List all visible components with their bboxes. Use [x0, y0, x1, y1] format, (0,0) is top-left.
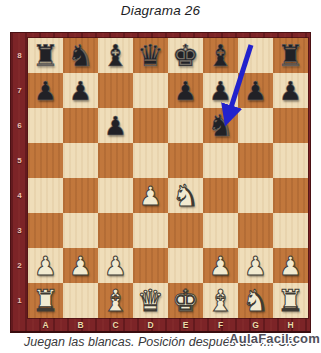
file-label-f: F — [203, 318, 238, 332]
black-knight-f6-piece: ♞ — [207, 111, 234, 141]
file-labels: ABCDEFGH — [28, 318, 308, 332]
square-b6 — [63, 108, 98, 143]
square-c1: ♝ — [98, 283, 133, 318]
square-a3 — [28, 213, 63, 248]
square-b5 — [63, 143, 98, 178]
square-e7: ♟ — [168, 73, 203, 108]
square-g8 — [238, 38, 273, 73]
white-rook-a1-piece: ♜ — [32, 286, 59, 316]
black-pawn-b7-piece: ♟ — [69, 78, 92, 104]
white-rook-h1-piece: ♜ — [277, 286, 304, 316]
white-pawn-b2-piece: ♟ — [69, 253, 92, 279]
square-e8: ♚ — [168, 38, 203, 73]
square-b7: ♟ — [63, 73, 98, 108]
square-e2 — [168, 248, 203, 283]
board-squares: ♜♞♝♛♚♝♜♟♟♟♟♟♟♟♞♟♞♟♟♟♟♟♟♜♝♛♚♝♞♜ — [28, 38, 308, 318]
black-pawn-c6-piece: ♟ — [104, 113, 127, 139]
rank-label-5: 5 — [11, 143, 28, 178]
square-d6 — [133, 108, 168, 143]
square-e1: ♚ — [168, 283, 203, 318]
square-c7 — [98, 73, 133, 108]
square-f7: ♟ — [203, 73, 238, 108]
square-g7: ♟ — [238, 73, 273, 108]
square-h2: ♟ — [273, 248, 308, 283]
black-bishop-f8-piece: ♝ — [207, 41, 234, 71]
square-h7: ♟ — [273, 73, 308, 108]
black-pawn-g7-piece: ♟ — [244, 78, 267, 104]
rank-label-6: 6 — [11, 108, 28, 143]
file-label-e: E — [168, 318, 203, 332]
watermark: AulaFacil.com — [229, 331, 320, 346]
square-a8: ♜ — [28, 38, 63, 73]
square-a1: ♜ — [28, 283, 63, 318]
square-g1: ♞ — [238, 283, 273, 318]
square-a7: ♟ — [28, 73, 63, 108]
white-pawn-c2-piece: ♟ — [104, 253, 127, 279]
white-pawn-a2-piece: ♟ — [34, 253, 57, 279]
square-c4 — [98, 178, 133, 213]
square-g3 — [238, 213, 273, 248]
square-h4 — [273, 178, 308, 213]
square-b3 — [63, 213, 98, 248]
file-label-a: A — [28, 318, 63, 332]
square-c8: ♝ — [98, 38, 133, 73]
white-knight-e4-piece: ♞ — [172, 181, 199, 211]
black-rook-h8-piece: ♜ — [277, 41, 304, 71]
square-h3 — [273, 213, 308, 248]
square-e4: ♞ — [168, 178, 203, 213]
square-f8: ♝ — [203, 38, 238, 73]
file-label-h: H — [273, 318, 308, 332]
square-c2: ♟ — [98, 248, 133, 283]
black-pawn-h7-piece: ♟ — [279, 78, 302, 104]
square-f3 — [203, 213, 238, 248]
square-h6 — [273, 108, 308, 143]
square-g5 — [238, 143, 273, 178]
square-f6: ♞ — [203, 108, 238, 143]
white-queen-d1-piece: ♛ — [137, 286, 164, 316]
square-b1 — [63, 283, 98, 318]
file-label-g: G — [238, 318, 273, 332]
black-pawn-a7-piece: ♟ — [34, 78, 57, 104]
square-h5 — [273, 143, 308, 178]
square-a4 — [28, 178, 63, 213]
black-rook-a8-piece: ♜ — [32, 41, 59, 71]
square-g4 — [238, 178, 273, 213]
rank-label-8: 8 — [11, 38, 28, 73]
square-a2: ♟ — [28, 248, 63, 283]
square-f2: ♟ — [203, 248, 238, 283]
black-pawn-e7-piece: ♟ — [174, 78, 197, 104]
square-e5 — [168, 143, 203, 178]
square-a5 — [28, 143, 63, 178]
square-d7 — [133, 73, 168, 108]
white-pawn-d4-piece: ♟ — [139, 183, 162, 209]
rank-labels: 87654321 — [11, 38, 28, 318]
white-bishop-c1-piece: ♝ — [102, 286, 129, 316]
square-h8: ♜ — [273, 38, 308, 73]
black-bishop-c8-piece: ♝ — [102, 41, 129, 71]
white-pawn-h2-piece: ♟ — [279, 253, 302, 279]
rank-label-4: 4 — [11, 178, 28, 213]
rank-label-1: 1 — [11, 283, 28, 318]
diagram-title: Diagrama 26 — [0, 3, 321, 18]
square-d1: ♛ — [133, 283, 168, 318]
black-knight-b8-piece: ♞ — [67, 41, 94, 71]
square-d8: ♛ — [133, 38, 168, 73]
square-c3 — [98, 213, 133, 248]
rank-label-3: 3 — [11, 213, 28, 248]
file-label-b: B — [63, 318, 98, 332]
square-d2 — [133, 248, 168, 283]
square-f5 — [203, 143, 238, 178]
square-d3 — [133, 213, 168, 248]
file-label-d: D — [133, 318, 168, 332]
square-e6 — [168, 108, 203, 143]
white-knight-g1-piece: ♞ — [242, 286, 269, 316]
white-bishop-f1-piece: ♝ — [207, 286, 234, 316]
white-pawn-g2-piece: ♟ — [244, 253, 267, 279]
square-b2: ♟ — [63, 248, 98, 283]
square-f4 — [203, 178, 238, 213]
rank-label-2: 2 — [11, 248, 28, 283]
square-g6 — [238, 108, 273, 143]
square-d4: ♟ — [133, 178, 168, 213]
square-d5 — [133, 143, 168, 178]
square-b8: ♞ — [63, 38, 98, 73]
square-g2: ♟ — [238, 248, 273, 283]
square-c5 — [98, 143, 133, 178]
square-f1: ♝ — [203, 283, 238, 318]
black-pawn-f7-piece: ♟ — [209, 78, 232, 104]
white-pawn-f2-piece: ♟ — [209, 253, 232, 279]
black-king-e8-piece: ♚ — [172, 41, 199, 71]
rank-label-7: 7 — [11, 73, 28, 108]
file-label-c: C — [98, 318, 133, 332]
chess-board: 87654321 ♜♞♝♛♚♝♜♟♟♟♟♟♟♟♞♟♞♟♟♟♟♟♟♜♝♛♚♝♞♜ … — [10, 32, 311, 333]
square-h1: ♜ — [273, 283, 308, 318]
square-a6 — [28, 108, 63, 143]
white-king-e1-piece: ♚ — [172, 286, 199, 316]
square-c6: ♟ — [98, 108, 133, 143]
square-b4 — [63, 178, 98, 213]
black-queen-d8-piece: ♛ — [137, 41, 164, 71]
square-e3 — [168, 213, 203, 248]
